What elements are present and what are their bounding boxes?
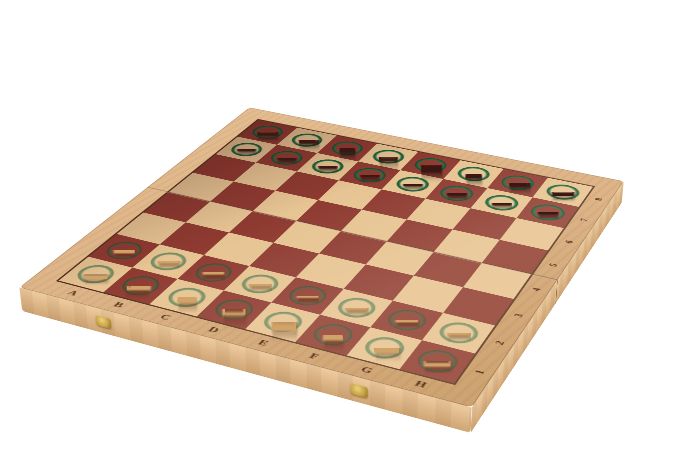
felt-base: [307, 157, 349, 176]
rank-label-3: 3: [511, 312, 526, 318]
felt-base: [327, 140, 368, 158]
felt-base: [453, 165, 494, 184]
felt-base: [349, 166, 391, 185]
brass-clasp-icon: [351, 383, 368, 398]
photo-scene: ABCDEFGH 12345678 ♜♞♝♛♚♝♞♜♟♟♟♟♟♟♟♟♟♟♟♟♟♟…: [0, 0, 700, 460]
felt-base: [527, 202, 569, 223]
felt-base: [436, 184, 478, 204]
square-h5: [482, 240, 548, 274]
felt-base: [481, 193, 523, 213]
file-label-h: H: [412, 378, 429, 390]
brass-clasp-icon: [96, 315, 112, 329]
rank-label-4: 4: [529, 287, 543, 293]
rank-label-7: 7: [577, 218, 590, 223]
file-label-d: D: [205, 325, 222, 335]
file-label-f: F: [307, 351, 322, 362]
felt-base: [226, 141, 268, 159]
rank-label-5: 5: [546, 262, 560, 267]
felt-base: [497, 173, 538, 192]
felt-base: [247, 124, 287, 141]
file-label-a: A: [64, 288, 81, 298]
felt-base: [542, 182, 583, 202]
rank-label-6: 6: [562, 239, 575, 244]
felt-base: [392, 175, 434, 194]
felt-base: [410, 156, 451, 174]
felt-base: [368, 148, 409, 166]
rank-label-2: 2: [492, 340, 507, 346]
felt-base: [287, 132, 328, 149]
chess-board: ABCDEFGH 12345678 ♜♞♝♛♚♝♞♜♟♟♟♟♟♟♟♟♟♟♟♟♟♟…: [19, 108, 623, 408]
file-label-c: C: [157, 312, 174, 322]
rank-label-1: 1: [471, 369, 486, 376]
file-label-g: G: [358, 364, 375, 376]
file-label-e: E: [255, 338, 271, 349]
file-label-b: B: [110, 300, 126, 310]
rank-label-8: 8: [592, 197, 605, 201]
fold-seam-edge: [555, 279, 557, 303]
